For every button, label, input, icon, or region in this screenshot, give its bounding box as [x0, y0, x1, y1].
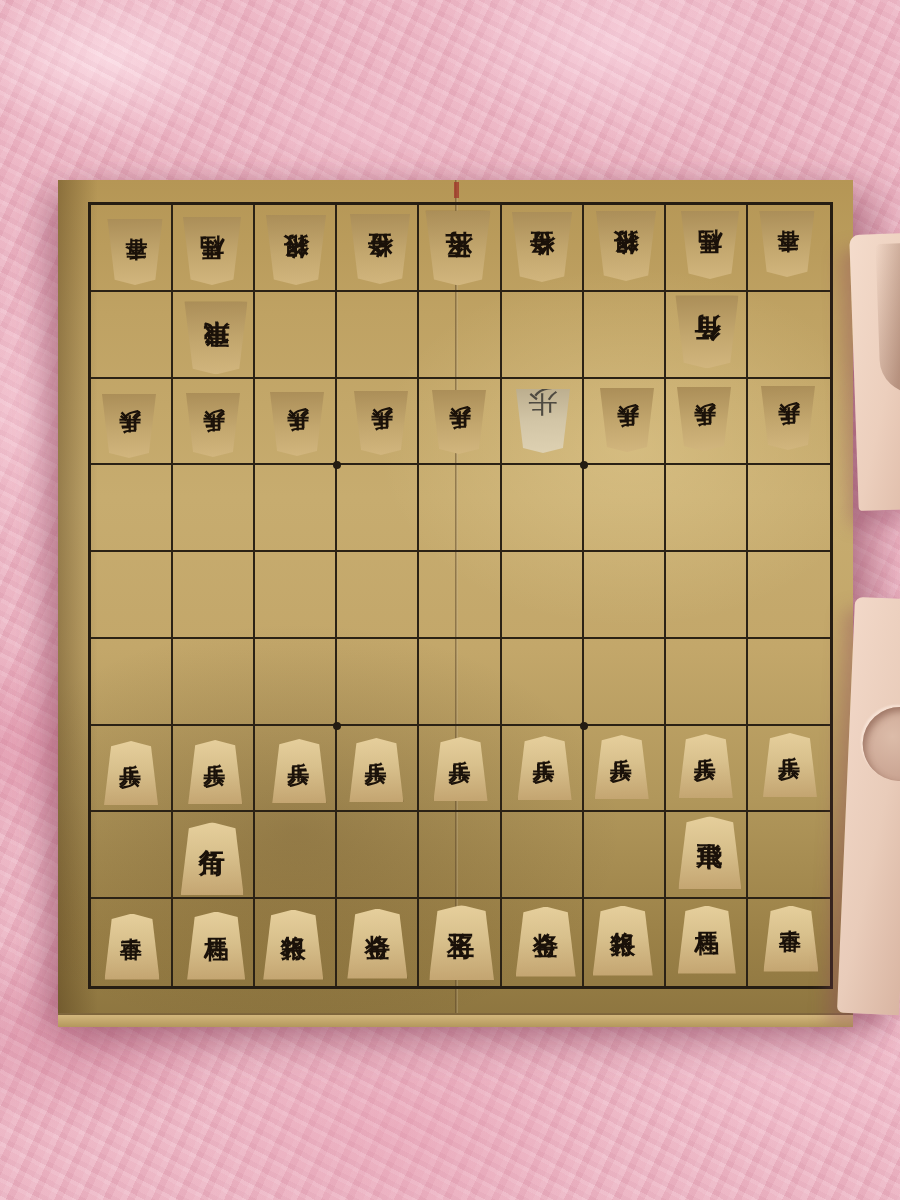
- piece-sente-pawn: 歩兵: [272, 739, 326, 803]
- piece-sente-gold: 金将: [347, 909, 407, 979]
- piece-gote-pawn: 歩兵: [354, 391, 408, 455]
- board-cell: [502, 465, 584, 552]
- board-cell: [748, 639, 830, 726]
- piece-sente-knight: 桂馬: [187, 912, 245, 980]
- star-point: [580, 722, 588, 730]
- star-point: [333, 722, 341, 730]
- piece-sente-lance: 香車: [763, 906, 818, 972]
- board-cell: [173, 465, 255, 552]
- board-cell: [419, 465, 501, 552]
- piece-gote-gold: 金将: [512, 212, 572, 282]
- piece-gote-knight: 桂馬: [681, 211, 739, 279]
- board-cell: [748, 812, 830, 899]
- board-cell: [419, 639, 501, 726]
- piece-gote-pawn: 歩兵: [102, 394, 156, 458]
- piece-gote-lance: 香車: [108, 219, 163, 285]
- board-cell: [666, 465, 748, 552]
- board-cell: [91, 639, 173, 726]
- board-cell: [502, 552, 584, 639]
- box-finger-notch-icon: [861, 705, 900, 782]
- piece-gote-pawn: 歩兵: [186, 393, 240, 457]
- piece-sente-silver: 銀将: [593, 906, 653, 976]
- piece-gote-pawn: 歩兵: [270, 392, 324, 456]
- board-cell: [255, 465, 337, 552]
- piece-gote-gold: 金将: [350, 214, 410, 284]
- piece-gote-bishop: 角行: [675, 296, 738, 369]
- board-grid: 香車桂馬銀将金将玉将金将銀将桂馬香車飛車角行歩兵歩兵歩兵歩兵歩兵歩歩兵歩兵歩兵歩…: [88, 202, 833, 989]
- piece-sente-pawn: 歩兵: [349, 738, 403, 802]
- board-cell: [337, 552, 419, 639]
- star-point: [580, 461, 588, 469]
- piece-gote-lance: 香車: [759, 211, 814, 277]
- board-cell: [502, 639, 584, 726]
- board-cell: [748, 292, 830, 379]
- board-cell: [748, 465, 830, 552]
- board-cell: [584, 639, 666, 726]
- piece-sente-pawn: 歩兵: [679, 734, 733, 798]
- piece-gote-silver: 銀将: [266, 215, 326, 285]
- piece-sente-lance: 香車: [105, 914, 160, 980]
- board-cell: [91, 465, 173, 552]
- piece-gote-pawn: 歩兵: [432, 390, 486, 454]
- piece-sente-pawn: 歩兵: [518, 736, 572, 800]
- piece-sente-rook: 飛車: [678, 816, 741, 889]
- board-cell: [337, 465, 419, 552]
- piece-gote-rook: 飛車: [185, 302, 248, 375]
- board-cell: [91, 552, 173, 639]
- piece-gote-king: 玉将: [425, 211, 490, 286]
- piece-sente-pawn: 歩兵: [188, 740, 242, 804]
- board-cell: [337, 812, 419, 899]
- piece-gote-pawn: 歩: [516, 389, 570, 453]
- piece-box-lid: [849, 233, 900, 511]
- piece-sente-pawn: 歩兵: [763, 733, 817, 797]
- board-cell: [666, 639, 748, 726]
- board-cell: [419, 292, 501, 379]
- piece-sente-bishop: 角行: [181, 822, 244, 895]
- board-cell: [337, 639, 419, 726]
- piece-sente-pawn: 歩兵: [434, 737, 488, 801]
- fold-seam-red-mark: [454, 182, 459, 198]
- board-cell: [584, 465, 666, 552]
- piece-gote-pawn: 歩兵: [761, 386, 815, 450]
- board-cell: [91, 292, 173, 379]
- board-cell: [255, 292, 337, 379]
- photo-scene: 香車桂馬銀将金将玉将金将銀将桂馬香車飛車角行歩兵歩兵歩兵歩兵歩兵歩歩兵歩兵歩兵歩…: [0, 0, 900, 1200]
- board-cell: [255, 639, 337, 726]
- shogi-board: 香車桂馬銀将金将玉将金将銀将桂馬香車飛車角行歩兵歩兵歩兵歩兵歩兵歩歩兵歩兵歩兵歩…: [58, 180, 853, 1015]
- piece-gote-knight: 桂馬: [183, 217, 241, 285]
- board-cell: [173, 552, 255, 639]
- board-cell: [419, 812, 501, 899]
- board-cell: [584, 812, 666, 899]
- board-cell: [584, 292, 666, 379]
- piece-gote-pawn: 歩兵: [677, 387, 731, 451]
- board-cell: [255, 812, 337, 899]
- board-cell: [337, 292, 419, 379]
- board-cell: [173, 639, 255, 726]
- board-cell: [255, 552, 337, 639]
- board-cell: [91, 812, 173, 899]
- piece-gote-silver: 銀将: [596, 211, 656, 281]
- piece-gote-pawn: 歩兵: [600, 388, 654, 452]
- board-cell: [666, 552, 748, 639]
- piece-sente-knight: 桂馬: [678, 906, 736, 974]
- piece-sente-king: 王将: [429, 905, 494, 980]
- board-cell: [502, 292, 584, 379]
- piece-sente-pawn: 歩兵: [595, 735, 649, 799]
- piece-sente-silver: 銀将: [263, 910, 323, 980]
- board-cell: [584, 552, 666, 639]
- piece-sente-pawn: 歩兵: [104, 741, 158, 805]
- board-cell: [419, 552, 501, 639]
- board-cell: [502, 812, 584, 899]
- board-cell: [748, 552, 830, 639]
- star-point: [333, 461, 341, 469]
- piece-sente-gold: 金将: [516, 907, 576, 977]
